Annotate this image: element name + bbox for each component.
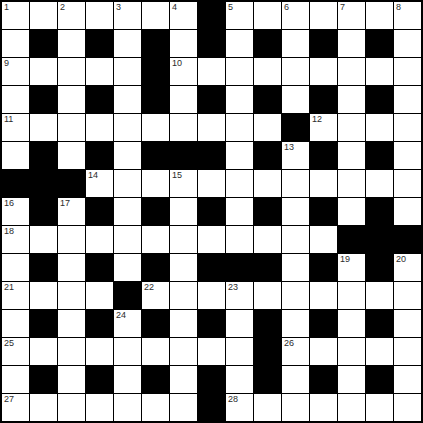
black-cell-r6c14 — [366, 142, 393, 169]
white-cell-r4c9[interactable] — [226, 86, 253, 113]
white-cell-r7c7[interactable]: 15 — [170, 170, 197, 197]
white-cell-r11c6[interactable]: 22 — [142, 282, 169, 309]
white-cell-r13c14[interactable] — [366, 338, 393, 365]
white-cell-r13c9[interactable] — [226, 338, 253, 365]
clue-number-25: 25 — [4, 338, 14, 349]
white-cell-r9c2[interactable] — [30, 226, 57, 253]
black-cell-r10c12 — [310, 254, 337, 281]
clue-number-9: 9 — [4, 58, 9, 69]
white-cell-r12c11[interactable] — [282, 310, 309, 337]
white-cell-r1c9[interactable]: 5 — [226, 2, 253, 29]
white-cell-r11c13[interactable] — [338, 282, 365, 309]
clue-number-16: 16 — [4, 198, 14, 209]
white-cell-r7c10[interactable] — [254, 170, 281, 197]
white-cell-r5c8[interactable] — [198, 114, 225, 141]
white-cell-r15c2[interactable] — [30, 394, 57, 421]
white-cell-r10c7[interactable] — [170, 254, 197, 281]
clue-number-19: 19 — [340, 254, 350, 265]
black-cell-r8c6 — [142, 198, 169, 225]
white-cell-r13c13[interactable] — [338, 338, 365, 365]
clue-number-11: 11 — [4, 114, 13, 125]
white-cell-r9c3[interactable] — [58, 226, 85, 253]
black-cell-r10c9 — [226, 254, 253, 281]
white-cell-r3c12[interactable] — [310, 58, 337, 85]
clue-number-5: 5 — [228, 2, 233, 13]
white-cell-r13c8[interactable] — [198, 338, 225, 365]
white-cell-r14c7[interactable] — [170, 366, 197, 393]
white-cell-r14c3[interactable] — [58, 366, 85, 393]
black-cell-r14c8 — [198, 366, 225, 393]
black-cell-r8c2 — [30, 198, 57, 225]
white-cell-r8c15[interactable] — [394, 198, 421, 225]
clue-number-7: 7 — [340, 2, 345, 13]
white-cell-r10c1[interactable] — [2, 254, 29, 281]
white-cell-r6c5[interactable] — [114, 142, 141, 169]
black-cell-r14c12 — [310, 366, 337, 393]
white-cell-r4c15[interactable] — [394, 86, 421, 113]
white-cell-r8c1[interactable]: 16 — [2, 198, 29, 225]
clue-number-23: 23 — [228, 282, 238, 293]
white-cell-r12c3[interactable] — [58, 310, 85, 337]
white-cell-r4c11[interactable] — [282, 86, 309, 113]
white-cell-r1c3[interactable]: 2 — [58, 2, 85, 29]
black-cell-r12c2 — [30, 310, 57, 337]
clue-number-22: 22 — [144, 282, 154, 293]
white-cell-r3c5[interactable] — [114, 58, 141, 85]
white-cell-r7c8[interactable] — [198, 170, 225, 197]
black-cell-r2c6 — [142, 30, 169, 57]
white-cell-r7c13[interactable] — [338, 170, 365, 197]
white-cell-r3c13[interactable] — [338, 58, 365, 85]
white-cell-r5c14[interactable] — [366, 114, 393, 141]
white-cell-r6c9[interactable] — [226, 142, 253, 169]
clue-number-2: 2 — [60, 2, 65, 13]
white-cell-r11c10[interactable] — [254, 282, 281, 309]
white-cell-r7c5[interactable] — [114, 170, 141, 197]
white-cell-r9c10[interactable] — [254, 226, 281, 253]
white-cell-r10c11[interactable] — [282, 254, 309, 281]
white-cell-r2c15[interactable] — [394, 30, 421, 57]
white-cell-r7c12[interactable] — [310, 170, 337, 197]
black-cell-r12c14 — [366, 310, 393, 337]
white-cell-r3c7[interactable]: 10 — [170, 58, 197, 85]
white-cell-r11c11[interactable] — [282, 282, 309, 309]
black-cell-r12c8 — [198, 310, 225, 337]
black-cell-r6c12 — [310, 142, 337, 169]
white-cell-r11c1[interactable]: 21 — [2, 282, 29, 309]
white-cell-r3c8[interactable] — [198, 58, 225, 85]
white-cell-r2c13[interactable] — [338, 30, 365, 57]
white-cell-r3c14[interactable] — [366, 58, 393, 85]
black-cell-r6c2 — [30, 142, 57, 169]
white-cell-r5c10[interactable] — [254, 114, 281, 141]
black-cell-r15c8 — [198, 394, 225, 421]
white-cell-r13c2[interactable] — [30, 338, 57, 365]
white-cell-r15c11[interactable] — [282, 394, 309, 421]
black-cell-r4c2 — [30, 86, 57, 113]
white-cell-r1c6[interactable] — [142, 2, 169, 29]
black-cell-r10c10 — [254, 254, 281, 281]
clue-number-1: 1 — [4, 2, 9, 13]
white-cell-r11c8[interactable] — [198, 282, 225, 309]
white-cell-r5c7[interactable] — [170, 114, 197, 141]
white-cell-r13c1[interactable]: 25 — [2, 338, 29, 365]
clue-number-8: 8 — [396, 2, 401, 13]
white-cell-r12c13[interactable] — [338, 310, 365, 337]
black-cell-r4c12 — [310, 86, 337, 113]
white-cell-r13c6[interactable] — [142, 338, 169, 365]
white-cell-r5c12[interactable]: 12 — [310, 114, 337, 141]
white-cell-r11c7[interactable] — [170, 282, 197, 309]
white-cell-r15c4[interactable] — [86, 394, 113, 421]
white-cell-r11c4[interactable] — [86, 282, 113, 309]
black-cell-r8c14 — [366, 198, 393, 225]
white-cell-r11c3[interactable] — [58, 282, 85, 309]
white-cell-r15c13[interactable] — [338, 394, 365, 421]
white-cell-r9c1[interactable]: 18 — [2, 226, 29, 253]
white-cell-r15c1[interactable]: 27 — [2, 394, 29, 421]
white-cell-r5c5[interactable] — [114, 114, 141, 141]
white-cell-r14c9[interactable] — [226, 366, 253, 393]
black-cell-r14c6 — [142, 366, 169, 393]
black-cell-r3c6 — [142, 58, 169, 85]
white-cell-r4c1[interactable] — [2, 86, 29, 113]
white-cell-r5c15[interactable] — [394, 114, 421, 141]
white-cell-r4c3[interactable] — [58, 86, 85, 113]
black-cell-r7c1 — [2, 170, 29, 197]
white-cell-r7c14[interactable] — [366, 170, 393, 197]
black-cell-r6c4 — [86, 142, 113, 169]
white-cell-r13c7[interactable] — [170, 338, 197, 365]
white-cell-r1c7[interactable]: 4 — [170, 2, 197, 29]
clue-number-24: 24 — [116, 310, 126, 321]
white-cell-r11c14[interactable] — [366, 282, 393, 309]
white-cell-r7c11[interactable] — [282, 170, 309, 197]
white-cell-r13c5[interactable] — [114, 338, 141, 365]
black-cell-r7c2 — [30, 170, 57, 197]
white-cell-r4c5[interactable] — [114, 86, 141, 113]
white-cell-r5c6[interactable] — [142, 114, 169, 141]
clue-number-26: 26 — [284, 338, 294, 349]
white-cell-r3c1[interactable]: 9 — [2, 58, 29, 85]
black-cell-r10c6 — [142, 254, 169, 281]
white-cell-r14c15[interactable] — [394, 366, 421, 393]
black-cell-r14c2 — [30, 366, 57, 393]
white-cell-r3c11[interactable] — [282, 58, 309, 85]
white-cell-r3c4[interactable] — [86, 58, 113, 85]
white-cell-r12c9[interactable] — [226, 310, 253, 337]
white-cell-r1c15[interactable]: 8 — [394, 2, 421, 29]
white-cell-r3c15[interactable] — [394, 58, 421, 85]
black-cell-r8c12 — [310, 198, 337, 225]
white-cell-r5c4[interactable] — [86, 114, 113, 141]
black-cell-r10c8 — [198, 254, 225, 281]
clue-number-20: 20 — [396, 254, 406, 265]
crossword-puzzle: 1234567891011121314151617181920212223242… — [0, 0, 423, 423]
black-cell-r12c6 — [142, 310, 169, 337]
white-cell-r8c9[interactable] — [226, 198, 253, 225]
white-cell-r14c1[interactable] — [2, 366, 29, 393]
white-cell-r15c14[interactable] — [366, 394, 393, 421]
white-cell-r10c5[interactable] — [114, 254, 141, 281]
black-cell-r7c3 — [58, 170, 85, 197]
white-cell-r9c12[interactable] — [310, 226, 337, 253]
white-cell-r10c15[interactable]: 20 — [394, 254, 421, 281]
black-cell-r6c7 — [170, 142, 197, 169]
black-cell-r12c4 — [86, 310, 113, 337]
white-cell-r11c2[interactable] — [30, 282, 57, 309]
clue-number-6: 6 — [284, 2, 289, 13]
white-cell-r4c13[interactable] — [338, 86, 365, 113]
white-cell-r2c1[interactable] — [2, 30, 29, 57]
white-cell-r2c9[interactable] — [226, 30, 253, 57]
white-cell-r1c1[interactable]: 1 — [2, 2, 29, 29]
white-cell-r1c4[interactable] — [86, 2, 113, 29]
black-cell-r10c4 — [86, 254, 113, 281]
black-cell-r4c6 — [142, 86, 169, 113]
clue-number-10: 10 — [172, 58, 182, 69]
black-cell-r6c6 — [142, 142, 169, 169]
white-cell-r6c13[interactable] — [338, 142, 365, 169]
white-cell-r13c11[interactable]: 26 — [282, 338, 309, 365]
white-cell-r7c15[interactable] — [394, 170, 421, 197]
white-cell-r12c15[interactable] — [394, 310, 421, 337]
white-cell-r2c3[interactable] — [58, 30, 85, 57]
white-cell-r15c6[interactable] — [142, 394, 169, 421]
white-cell-r15c9[interactable]: 28 — [226, 394, 253, 421]
white-cell-r9c5[interactable] — [114, 226, 141, 253]
white-cell-r14c11[interactable] — [282, 366, 309, 393]
white-cell-r8c7[interactable] — [170, 198, 197, 225]
white-cell-r9c8[interactable] — [198, 226, 225, 253]
white-cell-r6c11[interactable]: 13 — [282, 142, 309, 169]
white-cell-r10c3[interactable] — [58, 254, 85, 281]
black-cell-r2c14 — [366, 30, 393, 57]
white-cell-r15c7[interactable] — [170, 394, 197, 421]
clue-number-28: 28 — [228, 394, 238, 405]
white-cell-r15c15[interactable] — [394, 394, 421, 421]
white-cell-r15c10[interactable] — [254, 394, 281, 421]
white-cell-r11c12[interactable] — [310, 282, 337, 309]
clue-number-18: 18 — [4, 226, 14, 237]
white-cell-r8c5[interactable] — [114, 198, 141, 225]
white-cell-r13c15[interactable] — [394, 338, 421, 365]
white-cell-r6c1[interactable] — [2, 142, 29, 169]
white-cell-r1c11[interactable]: 6 — [282, 2, 309, 29]
white-cell-r5c2[interactable] — [30, 114, 57, 141]
clue-number-12: 12 — [312, 114, 322, 125]
white-cell-r12c5[interactable]: 24 — [114, 310, 141, 337]
black-cell-r1c8 — [198, 2, 225, 29]
black-cell-r9c15 — [394, 226, 421, 253]
white-cell-r15c12[interactable] — [310, 394, 337, 421]
crossword-board: 1234567891011121314151617181920212223242… — [0, 0, 423, 423]
clue-number-15: 15 — [172, 170, 182, 181]
black-cell-r14c4 — [86, 366, 113, 393]
white-cell-r12c1[interactable] — [2, 310, 29, 337]
black-cell-r2c8 — [198, 30, 225, 57]
white-cell-r8c11[interactable] — [282, 198, 309, 225]
white-cell-r8c3[interactable]: 17 — [58, 198, 85, 225]
clue-number-13: 13 — [284, 142, 294, 153]
white-cell-r5c13[interactable] — [338, 114, 365, 141]
black-cell-r6c8 — [198, 142, 225, 169]
white-cell-r1c12[interactable] — [310, 2, 337, 29]
clue-number-4: 4 — [172, 2, 177, 13]
black-cell-r12c10 — [254, 310, 281, 337]
white-cell-r1c2[interactable] — [30, 2, 57, 29]
black-cell-r8c4 — [86, 198, 113, 225]
black-cell-r2c12 — [310, 30, 337, 57]
black-cell-r9c13 — [338, 226, 365, 253]
black-cell-r8c8 — [198, 198, 225, 225]
white-cell-r8c13[interactable] — [338, 198, 365, 225]
black-cell-r5c11 — [282, 114, 309, 141]
white-cell-r13c3[interactable] — [58, 338, 85, 365]
white-cell-r5c9[interactable] — [226, 114, 253, 141]
clue-number-21: 21 — [4, 282, 14, 293]
black-cell-r6c10 — [254, 142, 281, 169]
white-cell-r1c10[interactable] — [254, 2, 281, 29]
white-cell-r2c5[interactable] — [114, 30, 141, 57]
white-cell-r5c3[interactable] — [58, 114, 85, 141]
white-cell-r15c3[interactable] — [58, 394, 85, 421]
white-cell-r11c9[interactable]: 23 — [226, 282, 253, 309]
white-cell-r1c13[interactable]: 7 — [338, 2, 365, 29]
white-cell-r9c9[interactable] — [226, 226, 253, 253]
white-cell-r9c11[interactable] — [282, 226, 309, 253]
white-cell-r4c7[interactable] — [170, 86, 197, 113]
black-cell-r14c10 — [254, 366, 281, 393]
clue-number-3: 3 — [116, 2, 121, 13]
white-cell-r14c13[interactable] — [338, 366, 365, 393]
white-cell-r1c14[interactable] — [366, 2, 393, 29]
white-cell-r15c5[interactable] — [114, 394, 141, 421]
white-cell-r11c15[interactable] — [394, 282, 421, 309]
black-cell-r9c14 — [366, 226, 393, 253]
white-cell-r14c5[interactable] — [114, 366, 141, 393]
clue-number-14: 14 — [88, 170, 98, 181]
white-cell-r6c3[interactable] — [58, 142, 85, 169]
white-cell-r3c3[interactable] — [58, 58, 85, 85]
black-cell-r2c2 — [30, 30, 57, 57]
black-cell-r13c10 — [254, 338, 281, 365]
black-cell-r11c5 — [114, 282, 141, 309]
black-cell-r10c14 — [366, 254, 393, 281]
black-cell-r4c4 — [86, 86, 113, 113]
black-cell-r4c10 — [254, 86, 281, 113]
white-cell-r7c6[interactable] — [142, 170, 169, 197]
white-cell-r12c7[interactable] — [170, 310, 197, 337]
black-cell-r4c8 — [198, 86, 225, 113]
black-cell-r12c12 — [310, 310, 337, 337]
black-cell-r10c2 — [30, 254, 57, 281]
white-cell-r7c9[interactable] — [226, 170, 253, 197]
black-cell-r14c14 — [366, 366, 393, 393]
clue-number-17: 17 — [60, 198, 70, 209]
white-cell-r3c9[interactable] — [226, 58, 253, 85]
black-cell-r8c10 — [254, 198, 281, 225]
white-cell-r2c7[interactable] — [170, 30, 197, 57]
white-cell-r1c5[interactable]: 3 — [114, 2, 141, 29]
white-cell-r13c4[interactable] — [86, 338, 113, 365]
clue-number-27: 27 — [4, 394, 14, 405]
white-cell-r13c12[interactable] — [310, 338, 337, 365]
white-cell-r3c2[interactable] — [30, 58, 57, 85]
white-cell-r6c15[interactable] — [394, 142, 421, 169]
black-cell-r4c14 — [366, 86, 393, 113]
white-cell-r7c4[interactable]: 14 — [86, 170, 113, 197]
white-cell-r9c7[interactable] — [170, 226, 197, 253]
white-cell-r5c1[interactable]: 11 — [2, 114, 29, 141]
black-cell-r2c4 — [86, 30, 113, 57]
white-cell-r10c13[interactable]: 19 — [338, 254, 365, 281]
white-cell-r2c11[interactable] — [282, 30, 309, 57]
white-cell-r9c4[interactable] — [86, 226, 113, 253]
white-cell-r9c6[interactable] — [142, 226, 169, 253]
black-cell-r2c10 — [254, 30, 281, 57]
white-cell-r3c10[interactable] — [254, 58, 281, 85]
